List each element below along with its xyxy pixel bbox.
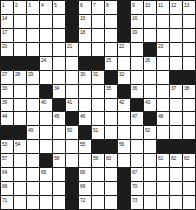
clue-number-14: 14 (2, 15, 7, 21)
clue-number-39: 39 (2, 99, 7, 105)
grid-cell-r13c8[interactable] (105, 182, 117, 195)
grid-cell-r14c14[interactable] (183, 196, 195, 209)
grid-cell-r3c9[interactable]: 22 (118, 43, 130, 56)
clue-number-49: 49 (28, 127, 33, 133)
grid-cell-r6c8[interactable]: 35 (105, 85, 117, 98)
grid-cell-r0c3[interactable]: 4 (40, 1, 52, 14)
clue-number-53: 53 (2, 141, 7, 147)
grid-cell-r1c2[interactable] (27, 15, 39, 28)
grid-cell-r5c0[interactable]: 27 (1, 71, 13, 84)
grid-cell-r4c13[interactable] (170, 57, 182, 70)
grid-cell-r3c0[interactable]: 20 (1, 43, 13, 56)
grid-cell-r3c3[interactable] (40, 43, 52, 56)
grid-cell-r11c2[interactable] (27, 154, 39, 167)
grid-cell-r12c6[interactable]: 66 (79, 168, 91, 181)
grid-cell-r9c4[interactable] (53, 126, 65, 139)
black-cell-r10c13 (170, 140, 182, 153)
clue-number-60: 60 (106, 155, 111, 161)
black-cell-r8c11 (144, 112, 156, 125)
grid-cell-r0c12[interactable]: 11 (157, 1, 169, 14)
grid-cell-r8c8[interactable] (105, 112, 117, 125)
clue-number-34: 34 (54, 85, 59, 91)
grid-cell-r3c7[interactable] (92, 43, 104, 56)
clue-number-43: 43 (145, 99, 150, 105)
black-cell-r10c12 (157, 140, 169, 153)
grid-cell-r12c10[interactable]: 67 (131, 168, 143, 181)
grid-cell-r7c6[interactable] (79, 99, 91, 112)
grid-cell-r11c12[interactable]: 61 (157, 154, 169, 167)
clue-number-10: 10 (145, 2, 150, 8)
clue-number-41: 41 (67, 99, 72, 105)
grid-cell-r10c0[interactable]: 53 (1, 140, 13, 153)
grid-cell-r6c1[interactable] (14, 85, 26, 98)
grid-cell-r6c13[interactable]: 37 (170, 85, 182, 98)
grid-cell-r0c11[interactable]: 10 (144, 1, 156, 14)
clue-number-35: 35 (106, 85, 111, 91)
grid-cell-r14c13[interactable] (170, 196, 182, 209)
grid-cell-r9c3[interactable] (40, 126, 52, 139)
grid-cell-r3c12[interactable]: 23 (157, 43, 169, 56)
grid-cell-r1c1[interactable] (14, 15, 26, 28)
grid-cell-r13c10[interactable]: 70 (131, 182, 143, 195)
grid-cell-r7c8[interactable] (105, 99, 117, 112)
grid-cell-r14c2[interactable] (27, 196, 39, 209)
grid-cell-r9c11[interactable]: 52 (144, 126, 156, 139)
clue-number-47: 47 (132, 113, 137, 119)
grid-cell-r7c3[interactable]: 40 (40, 99, 52, 112)
grid-cell-r9c10[interactable] (131, 126, 143, 139)
clue-number-61: 61 (158, 155, 163, 161)
grid-cell-r1c6[interactable]: 15 (79, 15, 91, 28)
clue-number-27: 27 (2, 71, 7, 77)
grid-cell-r10c4[interactable] (53, 140, 65, 153)
grid-cell-r10c2[interactable] (27, 140, 39, 153)
grid-cell-r1c12[interactable] (157, 15, 169, 28)
grid-cell-r9c2[interactable]: 49 (27, 126, 39, 139)
black-cell-r9c1 (14, 126, 26, 139)
grid-cell-r11c9[interactable] (118, 154, 130, 167)
grid-cell-r8c3[interactable] (40, 112, 52, 125)
grid-cell-r1c7[interactable] (92, 15, 104, 28)
clue-number-8: 8 (106, 2, 109, 8)
grid-cell-r13c0[interactable]: 68 (1, 182, 13, 195)
crossword-grid: 1234567891011121314151617181920212223242… (0, 0, 196, 210)
clue-number-16: 16 (132, 15, 137, 21)
grid-cell-r13c4[interactable] (53, 182, 65, 195)
black-cell-r8c5 (66, 112, 78, 125)
clue-number-65: 65 (41, 169, 46, 175)
clue-number-67: 67 (132, 169, 137, 175)
grid-cell-r0c7[interactable]: 7 (92, 1, 104, 14)
clue-number-1: 1 (2, 2, 5, 8)
black-cell-r4c0 (1, 57, 13, 70)
grid-cell-r3c4[interactable] (53, 43, 65, 56)
grid-cell-r13c13[interactable] (170, 182, 182, 195)
grid-cell-r11c5[interactable] (66, 154, 78, 167)
grid-cell-r5c1[interactable]: 28 (14, 71, 26, 84)
clue-number-23: 23 (158, 43, 163, 49)
clue-number-66: 66 (80, 169, 85, 175)
clue-number-71: 71 (2, 197, 7, 203)
grid-cell-r2c3[interactable] (40, 29, 52, 42)
grid-cell-r6c12[interactable] (157, 85, 169, 98)
grid-cell-r4c12[interactable] (157, 57, 169, 70)
grid-cell-r6c11[interactable] (144, 85, 156, 98)
clue-number-48: 48 (158, 113, 163, 119)
grid-cell-r7c13[interactable] (170, 99, 182, 112)
grid-cell-r2c7[interactable] (92, 29, 104, 42)
black-cell-r0c9 (118, 1, 130, 14)
grid-cell-r1c13[interactable] (170, 15, 182, 28)
clue-number-46: 46 (80, 113, 85, 119)
grid-cell-r1c4[interactable] (53, 15, 65, 28)
black-cell-r6c3 (40, 85, 52, 98)
grid-cell-r5c6[interactable]: 30 (79, 71, 91, 84)
clue-number-52: 52 (145, 127, 150, 133)
clue-number-28: 28 (15, 71, 20, 77)
grid-cell-r11c0[interactable]: 57 (1, 154, 13, 167)
grid-cell-r11c7[interactable]: 59 (92, 154, 104, 167)
grid-cell-r10c1[interactable]: 54 (14, 140, 26, 153)
black-cell-r12c5 (66, 168, 78, 181)
grid-cell-r9c14[interactable] (183, 126, 195, 139)
grid-cell-r5c3[interactable] (40, 71, 52, 84)
grid-cell-r14c8[interactable] (105, 196, 117, 209)
clue-number-9: 9 (132, 2, 135, 8)
black-cell-r14c5 (66, 196, 78, 209)
grid-cell-r12c13[interactable] (170, 168, 182, 181)
clue-number-44: 44 (2, 113, 7, 119)
grid-cell-r10c11[interactable] (144, 140, 156, 153)
clue-number-51: 51 (93, 127, 98, 133)
clue-number-13: 13 (184, 2, 189, 8)
grid-cell-r5c9[interactable]: 32 (118, 71, 130, 84)
clue-number-50: 50 (67, 127, 72, 133)
clue-number-7: 7 (93, 2, 96, 8)
grid-cell-r0c4[interactable]: 5 (53, 1, 65, 14)
grid-cell-r5c7[interactable]: 31 (92, 71, 104, 84)
grid-cell-r8c9[interactable] (118, 112, 130, 125)
clue-number-55: 55 (80, 141, 85, 147)
grid-cell-r0c14[interactable]: 13 (183, 1, 195, 14)
clue-number-40: 40 (41, 99, 46, 105)
grid-cell-r8c1[interactable] (14, 112, 26, 125)
clue-number-25: 25 (106, 57, 111, 63)
grid-cell-r12c7[interactable] (92, 168, 104, 181)
grid-cell-r0c13[interactable]: 12 (170, 1, 182, 14)
grid-cell-r3c8[interactable] (105, 43, 117, 56)
clue-number-18: 18 (80, 29, 85, 35)
clue-number-37: 37 (171, 85, 176, 91)
grid-cell-r4c9[interactable] (118, 57, 130, 70)
grid-cell-r7c1[interactable] (14, 99, 26, 112)
grid-cell-r2c11[interactable] (144, 29, 156, 42)
clue-number-69: 69 (80, 183, 85, 189)
grid-cell-r0c8[interactable]: 8 (105, 1, 117, 14)
clue-number-12: 12 (171, 2, 176, 8)
grid-cell-r6c6[interactable] (79, 85, 91, 98)
grid-cell-r11c8[interactable]: 60 (105, 154, 117, 167)
black-cell-r4c2 (27, 57, 39, 70)
grid-cell-r4c5[interactable] (66, 57, 78, 70)
clue-number-33: 33 (2, 85, 7, 91)
grid-cell-r11c10[interactable] (131, 154, 143, 167)
grid-cell-r4c11[interactable]: 26 (144, 57, 156, 70)
clue-number-29: 29 (28, 71, 33, 77)
black-cell-r6c9 (118, 85, 130, 98)
clue-number-26: 26 (145, 57, 150, 63)
clue-number-24: 24 (41, 57, 46, 63)
grid-cell-r13c14[interactable] (183, 182, 195, 195)
clue-number-15: 15 (80, 15, 85, 21)
grid-cell-r12c0[interactable]: 64 (1, 168, 13, 181)
grid-cell-r5c4[interactable] (53, 71, 65, 84)
clue-number-59: 59 (93, 155, 98, 161)
clue-number-36: 36 (132, 85, 137, 91)
grid-cell-r13c1[interactable] (14, 182, 26, 195)
black-cell-r12c9 (118, 168, 130, 181)
grid-cell-r8c10[interactable]: 47 (131, 112, 143, 125)
grid-cell-r4c4[interactable] (53, 57, 65, 70)
black-cell-r4c7 (92, 57, 104, 70)
grid-cell-r1c10[interactable]: 16 (131, 15, 143, 28)
grid-cell-r4c3[interactable]: 24 (40, 57, 52, 70)
grid-cell-r0c6[interactable]: 6 (79, 1, 91, 14)
clue-number-63: 63 (184, 155, 189, 161)
grid-cell-r10c9[interactable]: 56 (118, 140, 130, 153)
grid-cell-r14c11[interactable] (144, 196, 156, 209)
grid-cell-r8c12[interactable]: 48 (157, 112, 169, 125)
grid-cell-r14c4[interactable] (53, 196, 65, 209)
grid-cell-r12c8[interactable] (105, 168, 117, 181)
clue-number-5: 5 (54, 2, 57, 8)
grid-cell-r1c0[interactable]: 14 (1, 15, 13, 28)
grid-cell-r14c7[interactable] (92, 196, 104, 209)
grid-cell-r3c10[interactable] (131, 43, 143, 56)
grid-cell-r13c7[interactable] (92, 182, 104, 195)
grid-cell-r4c14[interactable] (183, 57, 195, 70)
grid-cell-r7c7[interactable] (92, 99, 104, 112)
grid-cell-r2c12[interactable] (157, 29, 169, 42)
clue-number-58: 58 (54, 155, 59, 161)
grid-cell-r0c0[interactable]: 1 (1, 1, 13, 14)
black-cell-r3c11 (144, 43, 156, 56)
grid-cell-r2c14[interactable] (183, 29, 195, 42)
black-cell-r10c8 (105, 140, 117, 153)
grid-cell-r7c12[interactable] (157, 99, 169, 112)
black-cell-r4c1 (14, 57, 26, 70)
grid-cell-r2c10[interactable]: 19 (131, 29, 143, 42)
grid-cell-r6c0[interactable]: 33 (1, 85, 13, 98)
clue-number-2: 2 (15, 2, 18, 8)
grid-cell-r14c3[interactable] (40, 196, 52, 209)
black-cell-r9c6 (79, 126, 91, 139)
grid-cell-r6c7[interactable] (92, 85, 104, 98)
clue-number-11: 11 (158, 2, 163, 8)
grid-cell-r2c0[interactable]: 17 (1, 29, 13, 42)
grid-cell-r12c11[interactable] (144, 168, 156, 181)
grid-cell-r14c0[interactable]: 71 (1, 196, 13, 209)
grid-cell-r3c5[interactable]: 21 (66, 43, 78, 56)
grid-cell-r9c8[interactable] (105, 126, 117, 139)
grid-cell-r8c4[interactable]: 45 (53, 112, 65, 125)
grid-cell-r6c14[interactable]: 38 (183, 85, 195, 98)
grid-cell-r7c14[interactable] (183, 99, 195, 112)
clue-number-68: 68 (2, 183, 7, 189)
grid-cell-r11c11[interactable] (144, 154, 156, 167)
grid-cell-r7c2[interactable] (27, 99, 39, 112)
black-cell-r5c13 (170, 71, 182, 84)
grid-cell-r13c11[interactable] (144, 182, 156, 195)
black-cell-r9c0 (1, 126, 13, 139)
grid-cell-r10c10[interactable] (131, 140, 143, 153)
grid-cell-r5c12[interactable] (157, 71, 169, 84)
black-cell-r1c9 (118, 15, 130, 28)
grid-cell-r14c10[interactable]: 73 (131, 196, 143, 209)
grid-cell-r3c13[interactable] (170, 43, 182, 56)
grid-cell-r14c1[interactable] (14, 196, 26, 209)
grid-cell-r6c5[interactable] (66, 85, 78, 98)
grid-cell-r2c1[interactable] (14, 29, 26, 42)
grid-cell-r7c0[interactable]: 39 (1, 99, 13, 112)
grid-cell-r1c3[interactable] (40, 15, 52, 28)
grid-cell-r3c1[interactable] (14, 43, 26, 56)
grid-cell-r2c13[interactable] (170, 29, 182, 42)
grid-cell-r10c5[interactable] (66, 140, 78, 153)
clue-number-73: 73 (132, 197, 137, 203)
grid-cell-r11c14[interactable]: 63 (183, 154, 195, 167)
black-cell-r7c10 (131, 99, 143, 112)
black-cell-r5c8 (105, 71, 117, 84)
black-cell-r7c4 (53, 99, 65, 112)
grid-cell-r8c7[interactable] (92, 112, 104, 125)
grid-cell-r12c14[interactable] (183, 168, 195, 181)
grid-cell-r6c4[interactable]: 34 (53, 85, 65, 98)
grid-cell-r0c2[interactable]: 3 (27, 1, 39, 14)
clue-number-3: 3 (28, 2, 31, 8)
grid-cell-r8c0[interactable]: 44 (1, 112, 13, 125)
black-cell-r13c9 (118, 182, 130, 195)
grid-cell-r7c11[interactable]: 43 (144, 99, 156, 112)
grid-cell-r9c5[interactable]: 50 (66, 126, 78, 139)
grid-cell-r2c6[interactable]: 18 (79, 29, 91, 42)
black-cell-r13c5 (66, 182, 78, 195)
grid-cell-r8c2[interactable] (27, 112, 39, 125)
grid-cell-r14c12[interactable] (157, 196, 169, 209)
grid-cell-r8c6[interactable]: 46 (79, 112, 91, 125)
black-cell-r2c5 (66, 29, 78, 42)
grid-cell-r9c9[interactable] (118, 126, 130, 139)
clue-number-70: 70 (132, 183, 137, 189)
grid-cell-r11c4[interactable]: 58 (53, 154, 65, 167)
grid-cell-r5c5[interactable] (66, 71, 78, 84)
grid-cell-r13c12[interactable] (157, 182, 169, 195)
black-cell-r5c14 (183, 71, 195, 84)
black-cell-r1c5 (66, 15, 78, 28)
black-cell-r4c6 (79, 57, 91, 70)
grid-cell-r4c10[interactable] (131, 57, 143, 70)
grid-cell-r3c14[interactable] (183, 43, 195, 56)
grid-cell-r7c9[interactable]: 42 (118, 99, 130, 112)
clue-number-4: 4 (41, 2, 44, 8)
grid-cell-r2c8[interactable] (105, 29, 117, 42)
clue-number-6: 6 (80, 2, 83, 8)
black-cell-r11c3 (40, 154, 52, 167)
grid-cell-r10c3[interactable] (40, 140, 52, 153)
clue-number-45: 45 (54, 113, 59, 119)
grid-cell-r11c1[interactable] (14, 154, 26, 167)
grid-cell-r9c7[interactable]: 51 (92, 126, 104, 139)
grid-cell-r8c14[interactable] (183, 112, 195, 125)
crossword-puzzle: 1234567891011121314151617181920212223242… (0, 0, 196, 210)
grid-cell-r1c14[interactable] (183, 15, 195, 28)
grid-cell-r2c2[interactable] (27, 29, 39, 42)
grid-cell-r6c2[interactable] (27, 85, 39, 98)
clue-number-42: 42 (119, 99, 124, 105)
clue-number-72: 72 (80, 197, 85, 203)
grid-cell-r13c3[interactable] (40, 182, 52, 195)
clue-number-32: 32 (119, 71, 124, 77)
grid-cell-r9c13[interactable] (170, 126, 182, 139)
clue-number-57: 57 (2, 155, 7, 161)
grid-cell-r1c11[interactable] (144, 15, 156, 28)
grid-cell-r3c2[interactable] (27, 43, 39, 56)
clue-number-54: 54 (15, 141, 20, 147)
clue-number-64: 64 (2, 169, 7, 175)
grid-cell-r6c10[interactable]: 36 (131, 85, 143, 98)
grid-cell-r2c4[interactable] (53, 29, 65, 42)
grid-cell-r0c1[interactable]: 2 (14, 1, 26, 14)
grid-cell-r5c10[interactable] (131, 71, 143, 84)
clue-number-31: 31 (93, 71, 98, 77)
grid-cell-r13c2[interactable] (27, 182, 39, 195)
black-cell-r14c9 (118, 196, 130, 209)
grid-cell-r11c13[interactable]: 62 (170, 154, 182, 167)
grid-cell-r14c6[interactable]: 72 (79, 196, 91, 209)
clue-number-17: 17 (2, 29, 7, 35)
grid-cell-r9c12[interactable] (157, 126, 169, 139)
grid-cell-r12c3[interactable]: 65 (40, 168, 52, 181)
grid-cell-r12c2[interactable] (27, 168, 39, 181)
grid-cell-r7c5[interactable]: 41 (66, 99, 78, 112)
grid-cell-r5c11[interactable] (144, 71, 156, 84)
clue-number-19: 19 (132, 29, 137, 35)
grid-cell-r12c1[interactable] (14, 168, 26, 181)
grid-cell-r1c8[interactable] (105, 15, 117, 28)
clue-number-38: 38 (184, 85, 189, 91)
black-cell-r0c5 (66, 1, 78, 14)
clue-number-21: 21 (67, 43, 72, 49)
clue-number-30: 30 (80, 71, 85, 77)
grid-cell-r5c2[interactable]: 29 (27, 71, 39, 84)
grid-cell-r12c12[interactable] (157, 168, 169, 181)
black-cell-r2c9 (118, 29, 130, 42)
grid-cell-r4c8[interactable]: 25 (105, 57, 117, 70)
grid-cell-r12c4[interactable] (53, 168, 65, 181)
clue-number-20: 20 (2, 43, 7, 49)
grid-cell-r0c10[interactable]: 9 (131, 1, 143, 14)
grid-cell-r11c6[interactable] (79, 154, 91, 167)
black-cell-r10c14 (183, 140, 195, 153)
grid-cell-r10c6[interactable]: 55 (79, 140, 91, 153)
clue-number-22: 22 (119, 43, 124, 49)
black-cell-r10c7 (92, 140, 104, 153)
grid-cell-r13c6[interactable]: 69 (79, 182, 91, 195)
grid-cell-r3c6[interactable] (79, 43, 91, 56)
grid-cell-r8c13[interactable] (170, 112, 182, 125)
clue-number-56: 56 (119, 141, 124, 147)
clue-number-62: 62 (171, 155, 176, 161)
